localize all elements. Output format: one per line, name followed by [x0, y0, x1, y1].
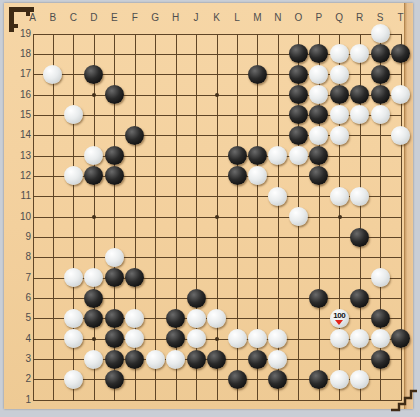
white-stone-G3 — [146, 350, 165, 369]
white-stone-C15 — [64, 105, 83, 124]
grid-line-horizontal — [33, 237, 402, 238]
column-label-B: B — [43, 12, 63, 24]
star-point-D10 — [92, 215, 96, 219]
row-label-13: 13 — [10, 150, 31, 162]
row-label-12: 12 — [10, 170, 31, 182]
black-stone-M13 — [248, 146, 267, 165]
black-stone-L2 — [228, 370, 247, 389]
column-label-G: G — [145, 12, 165, 24]
row-label-11: 11 — [10, 190, 31, 202]
white-stone-P16 — [309, 85, 328, 104]
row-label-16: 16 — [10, 89, 31, 101]
row-label-1: 1 — [10, 394, 31, 406]
black-stone-S16 — [371, 85, 390, 104]
column-label-M: M — [247, 12, 267, 24]
black-stone-O18 — [289, 44, 308, 63]
white-stone-S7 — [371, 268, 390, 287]
black-stone-O16 — [289, 85, 308, 104]
white-stone-C7 — [64, 268, 83, 287]
white-stone-E8 — [105, 248, 124, 267]
black-stone-P18 — [309, 44, 328, 63]
star-point-D16 — [92, 93, 96, 97]
white-stone-R18 — [350, 44, 369, 63]
white-stone-S4 — [371, 329, 390, 348]
column-label-L: L — [227, 12, 247, 24]
column-label-F: F — [125, 12, 145, 24]
black-stone-H5 — [166, 309, 185, 328]
white-stone-P17 — [309, 65, 328, 84]
last-move-stone-Q5: 100 — [330, 309, 349, 328]
row-label-18: 18 — [10, 48, 31, 60]
white-stone-C5 — [64, 309, 83, 328]
black-stone-D6 — [84, 289, 103, 308]
white-stone-K5 — [207, 309, 226, 328]
white-stone-Q15 — [330, 105, 349, 124]
column-label-Q: Q — [329, 12, 349, 24]
black-stone-F3 — [125, 350, 144, 369]
black-stone-P2 — [309, 370, 328, 389]
white-stone-M4 — [248, 329, 267, 348]
black-stone-D17 — [84, 65, 103, 84]
row-label-17: 17 — [10, 68, 31, 80]
black-stone-R9 — [350, 228, 369, 247]
white-stone-S19 — [371, 24, 390, 43]
row-label-9: 9 — [10, 231, 31, 243]
column-label-K: K — [207, 12, 227, 24]
white-stone-C12 — [64, 166, 83, 185]
row-label-7: 7 — [10, 272, 31, 284]
white-stone-H3 — [166, 350, 185, 369]
go-board[interactable]: ABCDEFGHJKLMNOPQRST191817161514131211109… — [4, 3, 413, 409]
white-stone-N3 — [268, 350, 287, 369]
white-stone-Q2 — [330, 370, 349, 389]
black-stone-O15 — [289, 105, 308, 124]
top-left-corner-bracket-icon — [6, 4, 34, 32]
white-stone-N11 — [268, 187, 287, 206]
star-point-D4 — [92, 337, 96, 341]
column-label-T: T — [391, 12, 411, 24]
row-label-2: 2 — [10, 373, 31, 385]
star-point-K10 — [215, 215, 219, 219]
column-label-N: N — [268, 12, 288, 24]
black-stone-F14 — [125, 126, 144, 145]
black-stone-E13 — [105, 146, 124, 165]
black-stone-P12 — [309, 166, 328, 185]
row-label-6: 6 — [10, 292, 31, 304]
white-stone-O10 — [289, 207, 308, 226]
white-stone-T16 — [391, 85, 410, 104]
white-stone-Q4 — [330, 329, 349, 348]
black-stone-M17 — [248, 65, 267, 84]
black-stone-Q16 — [330, 85, 349, 104]
white-stone-Q14 — [330, 126, 349, 145]
white-stone-Q18 — [330, 44, 349, 63]
grid-line-horizontal — [33, 400, 402, 401]
black-stone-E4 — [105, 329, 124, 348]
last-move-marker-icon — [335, 320, 343, 325]
black-stone-S5 — [371, 309, 390, 328]
column-label-R: R — [350, 12, 370, 24]
column-label-J: J — [186, 12, 206, 24]
black-stone-D12 — [84, 166, 103, 185]
white-stone-N13 — [268, 146, 287, 165]
bottom-right-corner-bracket-icon — [391, 387, 417, 413]
black-stone-O17 — [289, 65, 308, 84]
row-label-14: 14 — [10, 129, 31, 141]
black-stone-N2 — [268, 370, 287, 389]
black-stone-S3 — [371, 350, 390, 369]
black-stone-S18 — [371, 44, 390, 63]
star-point-Q10 — [338, 215, 342, 219]
black-stone-L12 — [228, 166, 247, 185]
white-stone-N4 — [268, 329, 287, 348]
white-stone-L4 — [228, 329, 247, 348]
black-stone-H4 — [166, 329, 185, 348]
board-side-edge — [404, 3, 413, 409]
black-stone-E7 — [105, 268, 124, 287]
white-stone-R15 — [350, 105, 369, 124]
black-stone-E3 — [105, 350, 124, 369]
black-stone-E16 — [105, 85, 124, 104]
black-stone-R6 — [350, 289, 369, 308]
white-stone-Q11 — [330, 187, 349, 206]
black-stone-M3 — [248, 350, 267, 369]
column-label-H: H — [166, 12, 186, 24]
row-label-5: 5 — [10, 312, 31, 324]
white-stone-O13 — [289, 146, 308, 165]
black-stone-J3 — [187, 350, 206, 369]
row-label-4: 4 — [10, 333, 31, 345]
column-label-C: C — [63, 12, 83, 24]
black-stone-K3 — [207, 350, 226, 369]
move-number-label: 100 — [333, 312, 345, 320]
black-stone-F7 — [125, 268, 144, 287]
black-stone-P13 — [309, 146, 328, 165]
black-stone-L13 — [228, 146, 247, 165]
black-stone-O14 — [289, 126, 308, 145]
black-stone-J6 — [187, 289, 206, 308]
column-label-S: S — [370, 12, 390, 24]
white-stone-D13 — [84, 146, 103, 165]
column-label-P: P — [309, 12, 329, 24]
white-stone-Q17 — [330, 65, 349, 84]
white-stone-R2 — [350, 370, 369, 389]
row-label-3: 3 — [10, 353, 31, 365]
row-label-15: 15 — [10, 109, 31, 121]
row-label-8: 8 — [10, 251, 31, 263]
white-stone-R11 — [350, 187, 369, 206]
black-stone-E12 — [105, 166, 124, 185]
white-stone-F4 — [125, 329, 144, 348]
black-stone-P6 — [309, 289, 328, 308]
black-stone-R16 — [350, 85, 369, 104]
white-stone-R4 — [350, 329, 369, 348]
white-stone-P14 — [309, 126, 328, 145]
column-label-E: E — [104, 12, 124, 24]
grid-line-horizontal — [33, 257, 402, 258]
black-stone-E5 — [105, 309, 124, 328]
white-stone-D7 — [84, 268, 103, 287]
white-stone-S15 — [371, 105, 390, 124]
white-stone-C4 — [64, 329, 83, 348]
white-stone-J4 — [187, 329, 206, 348]
row-label-10: 10 — [10, 211, 31, 223]
white-stone-J5 — [187, 309, 206, 328]
white-stone-T14 — [391, 126, 410, 145]
column-label-O: O — [288, 12, 308, 24]
white-stone-F5 — [125, 309, 144, 328]
white-stone-M12 — [248, 166, 267, 185]
white-stone-D3 — [84, 350, 103, 369]
star-point-K16 — [215, 93, 219, 97]
column-label-D: D — [84, 12, 104, 24]
white-stone-C2 — [64, 370, 83, 389]
star-point-K4 — [215, 337, 219, 341]
white-stone-B17 — [43, 65, 62, 84]
black-stone-S17 — [371, 65, 390, 84]
black-stone-P15 — [309, 105, 328, 124]
black-stone-E2 — [105, 370, 124, 389]
black-stone-D5 — [84, 309, 103, 328]
go-app-window: ABCDEFGHJKLMNOPQRST191817161514131211109… — [0, 0, 420, 417]
